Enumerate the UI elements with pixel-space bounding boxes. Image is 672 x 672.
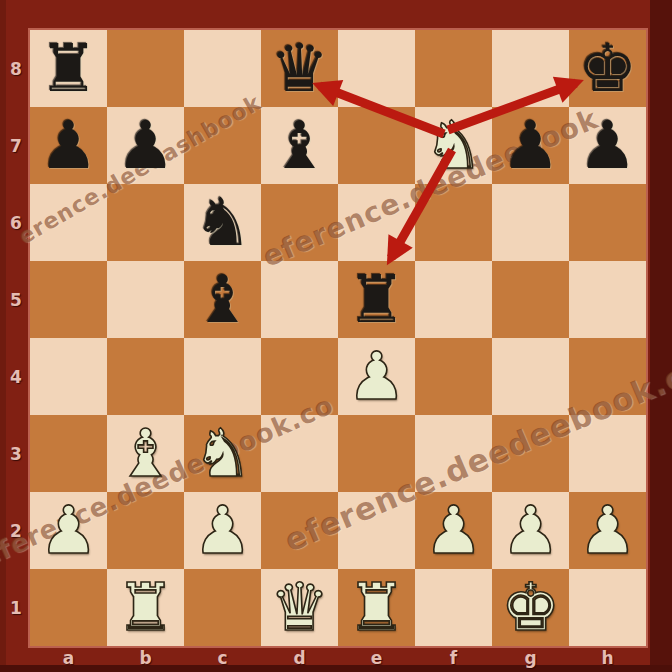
piece-black-pawn-b7[interactable]: ♟ [107, 107, 184, 184]
file-label-h: h [569, 648, 646, 668]
frame-left-edge [0, 0, 6, 672]
piece-white-knight-c3[interactable]: ♞ [184, 415, 261, 492]
piece-black-knight-c6[interactable]: ♞ [184, 184, 261, 261]
piece-white-pawn-g2[interactable]: ♟ [492, 492, 569, 569]
piece-black-bishop-d7[interactable]: ♝ [261, 107, 338, 184]
piece-white-king-g1[interactable]: ♚ [492, 569, 569, 646]
piece-black-rook-a8[interactable]: ♜ [30, 30, 107, 107]
piece-black-pawn-h7[interactable]: ♟ [569, 107, 646, 184]
file-label-a: a [30, 648, 107, 668]
file-label-b: b [107, 648, 184, 668]
piece-black-pawn-a7[interactable]: ♟ [30, 107, 107, 184]
file-label-g: g [492, 648, 569, 668]
piece-black-bishop-c5[interactable]: ♝ [184, 261, 261, 338]
piece-layer: ♜♛♚♟♟♝♞♟♟♞♝♜♟♝♞♟♟♟♟♟♜♛♜♚ [30, 30, 646, 646]
piece-white-pawn-e4[interactable]: ♟ [338, 338, 415, 415]
piece-white-pawn-c2[interactable]: ♟ [184, 492, 261, 569]
file-label-f: f [415, 648, 492, 668]
piece-black-pawn-g7[interactable]: ♟ [492, 107, 569, 184]
piece-black-queen-d8[interactable]: ♛ [261, 30, 338, 107]
piece-white-rook-b1[interactable]: ♜ [107, 569, 184, 646]
file-label-d: d [261, 648, 338, 668]
frame-right-edge [650, 0, 672, 672]
rank-label-2: 2 [8, 521, 24, 541]
piece-white-queen-d1[interactable]: ♛ [261, 569, 338, 646]
file-label-c: c [184, 648, 261, 668]
rank-label-1: 1 [8, 598, 24, 618]
rank-label-6: 6 [8, 213, 24, 233]
piece-white-pawn-a2[interactable]: ♟ [30, 492, 107, 569]
rank-label-7: 7 [8, 136, 24, 156]
piece-white-bishop-b3[interactable]: ♝ [107, 415, 184, 492]
piece-black-king-h8[interactable]: ♚ [569, 30, 646, 107]
rank-label-5: 5 [8, 290, 24, 310]
rank-label-3: 3 [8, 444, 24, 464]
piece-white-pawn-h2[interactable]: ♟ [569, 492, 646, 569]
rank-label-4: 4 [8, 367, 24, 387]
piece-black-rook-e5[interactable]: ♜ [338, 261, 415, 338]
chess-diagram: 87654321 abcdefgh erence.deedashbookefer… [0, 0, 672, 672]
piece-white-knight-f7[interactable]: ♞ [415, 107, 492, 184]
piece-white-pawn-f2[interactable]: ♟ [415, 492, 492, 569]
piece-white-rook-e1[interactable]: ♜ [338, 569, 415, 646]
file-label-e: e [338, 648, 415, 668]
rank-label-8: 8 [8, 59, 24, 79]
